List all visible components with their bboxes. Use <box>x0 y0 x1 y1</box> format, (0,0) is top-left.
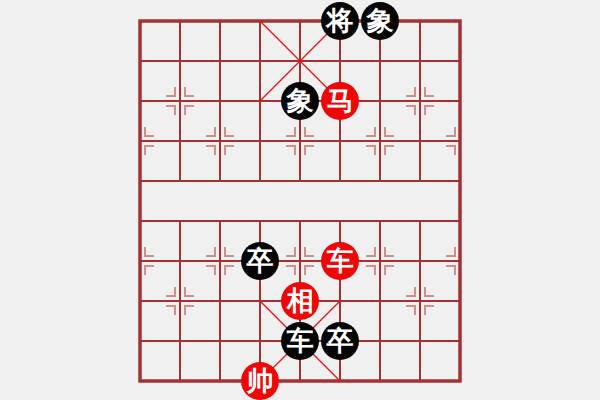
piece-black-general[interactable]: 将 <box>321 2 359 40</box>
piece-black-elephant[interactable]: 象 <box>361 2 399 40</box>
board-intersection: 将 <box>320 1 360 41</box>
board-intersection: 象 <box>280 81 320 121</box>
piece-red-horse[interactable]: 马 <box>321 82 359 120</box>
board-intersection: 马 <box>320 81 360 121</box>
board-intersection: 车 <box>280 321 320 361</box>
piece-black-chariot[interactable]: 车 <box>281 322 319 360</box>
board-intersection: 帅 <box>240 361 280 400</box>
xiangqi-board: 将象象马卒车相车卒帅 <box>0 0 600 400</box>
piece-black-elephant[interactable]: 象 <box>281 82 319 120</box>
board-intersection: 相 <box>280 281 320 321</box>
piece-black-soldier[interactable]: 卒 <box>321 322 359 360</box>
board-intersection: 车 <box>320 241 360 281</box>
board-intersection: 卒 <box>240 241 280 281</box>
piece-layer: 将象象马卒车相车卒帅 <box>120 1 480 400</box>
board-intersection: 卒 <box>320 321 360 361</box>
piece-red-elephant[interactable]: 相 <box>281 282 319 320</box>
piece-red-chariot[interactable]: 车 <box>321 242 359 280</box>
board-intersection: 象 <box>360 1 400 41</box>
piece-red-general[interactable]: 帅 <box>241 362 279 400</box>
piece-black-soldier[interactable]: 卒 <box>241 242 279 280</box>
